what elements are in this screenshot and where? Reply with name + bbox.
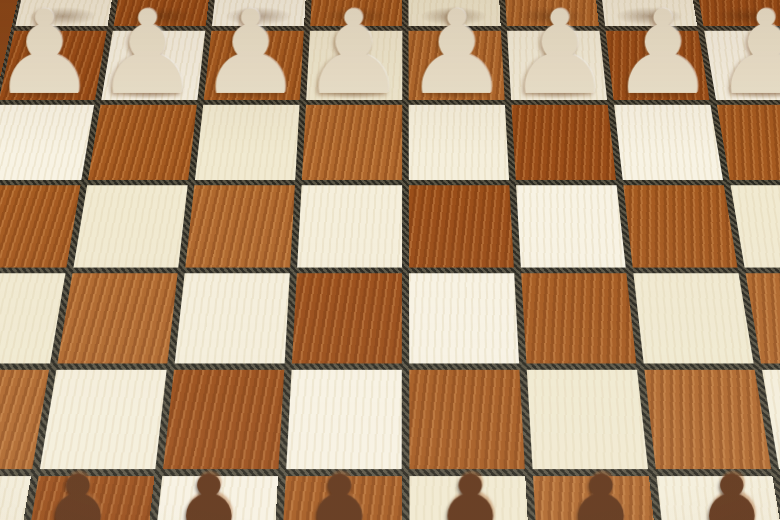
square-g3 — [88, 104, 197, 179]
square-g4 — [73, 185, 187, 267]
square-e6 — [286, 369, 402, 468]
piece-shadow — [519, 78, 597, 100]
black-pawn: ♟ — [274, 456, 406, 520]
black-pawn: ♟ — [535, 456, 667, 520]
square-c6 — [526, 369, 647, 468]
chessboard-photo: ♜♞♝♚♛♝♞♜♟♟♟♟♟♟♟♟♟♟♟♟♟♟♟♟♜♞♝♚♛♝♞♜ — [0, 0, 780, 520]
piece-shadow — [111, 78, 190, 100]
black-pawn: ♟ — [0, 456, 13, 520]
piece-shadow — [24, 6, 101, 26]
square-h2: ♟ — [0, 30, 106, 99]
black-pawn: ♟ — [143, 456, 275, 520]
square-c1: ♝ — [503, 0, 599, 26]
square-b3 — [614, 104, 723, 179]
square-d2: ♟ — [408, 30, 504, 99]
square-e3 — [301, 104, 401, 179]
square-d4 — [408, 185, 513, 267]
square-h1: ♜ — [15, 0, 118, 26]
piece-shadow — [611, 6, 687, 26]
square-c3 — [511, 104, 616, 179]
square-b5 — [633, 273, 753, 363]
square-g5 — [57, 273, 177, 363]
piece-shadow — [8, 78, 89, 100]
square-f7: ♟ — [150, 476, 278, 520]
piece-shadow — [319, 6, 393, 26]
square-d6 — [409, 369, 525, 468]
square-h7: ♟ — [0, 476, 30, 520]
square-e5 — [291, 273, 401, 363]
square-b4 — [623, 185, 737, 267]
square-b7: ♟ — [656, 476, 780, 520]
square-e2: ♟ — [306, 30, 402, 99]
square-h5 — [0, 273, 65, 363]
square-f1: ♝ — [211, 0, 307, 26]
square-g1: ♞ — [113, 0, 212, 26]
piece-shadow — [620, 78, 699, 100]
piece-shadow — [418, 78, 495, 100]
piece-shadow — [315, 78, 392, 100]
square-f4 — [185, 185, 295, 267]
square-g2: ♟ — [101, 30, 205, 99]
square-e7: ♟ — [279, 476, 401, 520]
square-f3 — [194, 104, 299, 179]
black-pawn: ♟ — [666, 456, 780, 520]
black-pawn: ♟ — [12, 456, 144, 520]
piece-shadow — [417, 6, 491, 26]
piece-shadow — [122, 6, 198, 26]
square-d3 — [408, 104, 508, 179]
square-f5 — [174, 273, 289, 363]
square-b6 — [644, 369, 771, 468]
piece-shadow — [221, 6, 296, 26]
square-d5 — [409, 273, 519, 363]
square-e4 — [297, 185, 402, 267]
square-f6 — [163, 369, 284, 468]
piece-shadow — [213, 78, 291, 100]
piece-shadow — [514, 6, 589, 26]
square-a2: ♟ — [704, 30, 780, 99]
piece-shadow — [709, 6, 780, 26]
square-c7: ♟ — [532, 476, 660, 520]
square-c2: ♟ — [507, 30, 607, 99]
square-d7: ♟ — [409, 476, 531, 520]
square-a5 — [745, 273, 780, 363]
square-a1: ♜ — [692, 0, 780, 26]
square-h4 — [0, 185, 80, 267]
square-g7: ♟ — [20, 476, 154, 520]
square-g6 — [39, 369, 166, 468]
square-b2: ♟ — [605, 30, 709, 99]
square-c4 — [516, 185, 626, 267]
square-a3 — [716, 104, 780, 179]
piece-shadow — [721, 78, 780, 100]
square-c5 — [521, 273, 636, 363]
square-h3 — [0, 104, 94, 179]
square-e1: ♚ — [310, 0, 402, 26]
square-d1: ♛ — [408, 0, 500, 26]
square-a4 — [730, 185, 780, 267]
square-f2: ♟ — [203, 30, 303, 99]
black-pawn: ♟ — [404, 456, 536, 520]
chess-board: ♜♞♝♚♛♝♞♜♟♟♟♟♟♟♟♟♟♟♟♟♟♟♟♟♜♞♝♚♛♝♞♜ — [0, 0, 780, 520]
square-b1: ♞ — [597, 0, 696, 26]
